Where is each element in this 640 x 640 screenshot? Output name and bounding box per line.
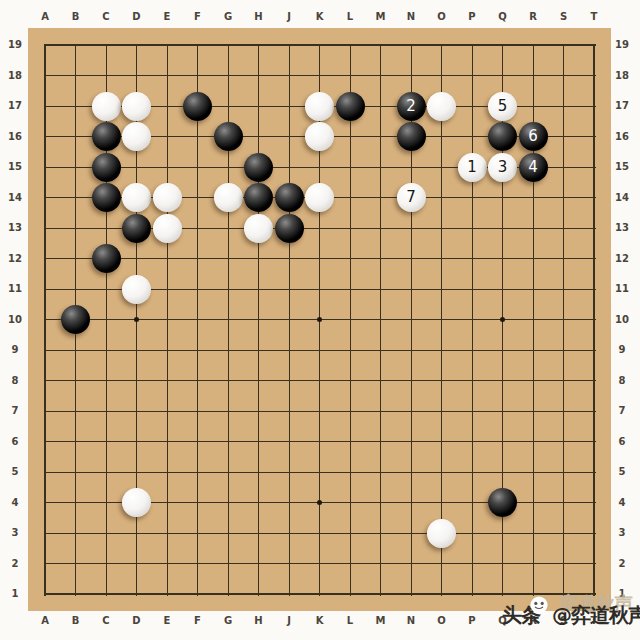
column-label-top: A [30, 11, 60, 23]
column-label-bottom: H [244, 615, 274, 627]
stone-black-move-4: 4 [519, 153, 548, 182]
row-label-left: 15 [3, 161, 27, 173]
column-label-top: G [213, 11, 243, 23]
stone-white [214, 183, 243, 212]
column-label-bottom: E [152, 615, 182, 627]
move-number: 1 [467, 160, 477, 175]
move-number: 7 [406, 190, 416, 205]
stone-white [92, 92, 121, 121]
move-number: 4 [528, 160, 538, 175]
stone-white-move-3: 3 [488, 153, 517, 182]
stone-white-move-7: 7 [397, 183, 426, 212]
row-label-right: 15 [610, 161, 634, 173]
stones-grid: 2561347 [30, 30, 610, 610]
stone-white [153, 214, 182, 243]
column-label-bottom: N [396, 615, 426, 627]
column-label-bottom: J [274, 615, 304, 627]
row-label-right: 2 [610, 558, 634, 570]
toutiao-mascot-icon [530, 596, 548, 614]
row-label-left: 9 [3, 344, 27, 356]
stone-black [92, 153, 121, 182]
column-label-top: N [396, 11, 426, 23]
stone-white [122, 122, 151, 151]
stone-white [305, 122, 334, 151]
column-label-top: R [518, 11, 548, 23]
column-label-bottom: B [61, 615, 91, 627]
row-label-right: 10 [610, 314, 634, 326]
column-label-bottom: P [457, 615, 487, 627]
stone-white [305, 92, 334, 121]
column-label-bottom: K [305, 615, 335, 627]
column-label-top: D [122, 11, 152, 23]
column-label-bottom: G [213, 615, 243, 627]
stone-white [427, 519, 456, 548]
column-label-top: C [91, 11, 121, 23]
column-label-bottom: D [122, 615, 152, 627]
stone-black [275, 214, 304, 243]
stone-white [305, 183, 334, 212]
stone-black [61, 305, 90, 334]
row-label-left: 16 [3, 131, 27, 143]
stone-black-move-6: 6 [519, 122, 548, 151]
stone-black [488, 488, 517, 517]
stone-black [275, 183, 304, 212]
row-label-left: 10 [3, 314, 27, 326]
stone-black [122, 214, 151, 243]
column-label-bottom: O [427, 615, 457, 627]
column-label-bottom: L [335, 615, 365, 627]
stone-black [183, 92, 212, 121]
column-label-top: P [457, 11, 487, 23]
stone-white [153, 183, 182, 212]
column-label-top: H [244, 11, 274, 23]
row-label-left: 14 [3, 192, 27, 204]
row-label-left: 6 [3, 436, 27, 448]
row-label-right: 18 [610, 70, 634, 82]
row-label-right: 6 [610, 436, 634, 448]
row-label-right: 12 [610, 253, 634, 265]
row-label-left: 12 [3, 253, 27, 265]
column-label-top: S [549, 11, 579, 23]
row-label-left: 13 [3, 222, 27, 234]
row-label-right: 3 [610, 527, 634, 539]
column-label-top: Q [488, 11, 518, 23]
row-label-right: 4 [610, 497, 634, 509]
row-label-right: 13 [610, 222, 634, 234]
stone-white [122, 92, 151, 121]
stone-black-move-2: 2 [397, 92, 426, 121]
row-label-right: 9 [610, 344, 634, 356]
row-label-left: 2 [3, 558, 27, 570]
move-number: 2 [406, 99, 416, 114]
column-label-top: M [366, 11, 396, 23]
row-label-left: 1 [3, 588, 27, 600]
row-label-left: 18 [3, 70, 27, 82]
move-number: 6 [528, 129, 538, 144]
stone-white-move-1: 1 [458, 153, 487, 182]
stone-black [397, 122, 426, 151]
stone-black [336, 92, 365, 121]
stone-white [122, 183, 151, 212]
stone-black [244, 153, 273, 182]
column-label-top: E [152, 11, 182, 23]
column-label-bottom: C [91, 615, 121, 627]
move-number: 3 [498, 160, 508, 175]
column-label-bottom: A [30, 615, 60, 627]
column-label-bottom: F [183, 615, 213, 627]
stone-black [92, 122, 121, 151]
row-label-right: 11 [610, 283, 634, 295]
column-label-top: L [335, 11, 365, 23]
go-diagram-page: 2561347 AABBCCDDEEFFGGHHJJKKLLMMNNOOPPQQ… [0, 0, 640, 640]
row-label-left: 4 [3, 497, 27, 509]
row-label-right: 16 [610, 131, 634, 143]
column-label-bottom: M [366, 615, 396, 627]
row-label-left: 7 [3, 405, 27, 417]
column-label-top: T [579, 11, 609, 23]
stone-black [214, 122, 243, 151]
row-label-right: 5 [610, 466, 634, 478]
column-label-top: B [61, 11, 91, 23]
row-label-right: 8 [610, 375, 634, 387]
row-label-right: 7 [610, 405, 634, 417]
stone-white [427, 92, 456, 121]
row-label-left: 19 [3, 39, 27, 51]
row-label-left: 3 [3, 527, 27, 539]
row-label-right: 17 [610, 100, 634, 112]
row-label-left: 8 [3, 375, 27, 387]
row-label-right: 19 [610, 39, 634, 51]
column-label-top: F [183, 11, 213, 23]
move-number: 5 [498, 99, 508, 114]
watermark-account: @弈道秋声 [552, 603, 640, 627]
row-label-right: 14 [610, 192, 634, 204]
stone-black [92, 244, 121, 273]
column-label-top: K [305, 11, 335, 23]
row-label-left: 17 [3, 100, 27, 112]
stone-white [122, 488, 151, 517]
stone-white [244, 214, 273, 243]
stone-black [488, 122, 517, 151]
stone-black [244, 183, 273, 212]
row-label-left: 5 [3, 466, 27, 478]
row-label-left: 11 [3, 283, 27, 295]
watermark: 头条@弈道秋声 [502, 602, 640, 629]
stone-black [92, 183, 121, 212]
column-label-top: O [427, 11, 457, 23]
stone-white-move-5: 5 [488, 92, 517, 121]
column-label-top: J [274, 11, 304, 23]
stone-white [122, 275, 151, 304]
